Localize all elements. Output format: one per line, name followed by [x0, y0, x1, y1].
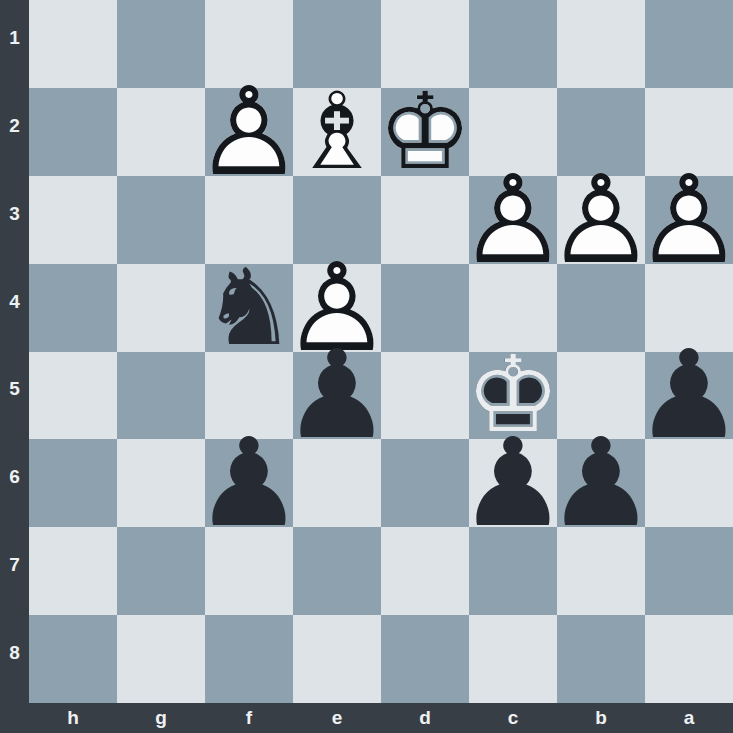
- square-f2[interactable]: ♟♙: [205, 88, 293, 176]
- piece-glyph-layer: ♙: [645, 176, 733, 264]
- square-a6[interactable]: [645, 439, 733, 527]
- file-label-e: e: [293, 703, 381, 733]
- square-f6[interactable]: ♟: [205, 439, 293, 527]
- square-d6[interactable]: [381, 439, 469, 527]
- file-label-g: g: [117, 703, 205, 733]
- rank-label-8: 8: [0, 609, 29, 697]
- square-h6[interactable]: [29, 439, 117, 527]
- piece-glyph-layer: ♙: [205, 88, 293, 176]
- piece-white-king[interactable]: ♚♔: [381, 88, 469, 176]
- piece-glyph-layer: ♟: [205, 439, 293, 527]
- chess-board: 12♟♙♝♗♚♔3♟♙♟♙♟♙4♞♟♙5♟♚♔♟6♟♟♟78hgfedcba: [0, 0, 733, 733]
- square-h3[interactable]: [29, 176, 117, 264]
- square-a2[interactable]: [645, 88, 733, 176]
- piece-white-pawn[interactable]: ♟♙: [557, 176, 645, 264]
- square-e8[interactable]: [293, 615, 381, 703]
- square-g5[interactable]: [117, 352, 205, 440]
- piece-white-pawn[interactable]: ♟♙: [645, 176, 733, 264]
- rank-label-3: 3: [0, 170, 29, 258]
- piece-black-king[interactable]: ♚♔: [469, 352, 557, 440]
- square-f1[interactable]: [205, 0, 293, 88]
- piece-glyph-layer: ♝: [293, 88, 381, 176]
- piece-black-pawn[interactable]: ♟: [205, 439, 293, 527]
- square-e2[interactable]: ♝♗: [293, 88, 381, 176]
- piece-glyph-layer: ♟: [469, 176, 557, 264]
- square-h7[interactable]: [29, 527, 117, 615]
- piece-glyph-layer: ♔: [469, 352, 557, 440]
- square-d7[interactable]: [381, 527, 469, 615]
- square-e7[interactable]: [293, 527, 381, 615]
- square-e5[interactable]: ♟: [293, 352, 381, 440]
- square-e6[interactable]: [293, 439, 381, 527]
- piece-glyph-layer: ♚: [469, 352, 557, 440]
- square-c3[interactable]: ♟♙: [469, 176, 557, 264]
- square-b6[interactable]: ♟: [557, 439, 645, 527]
- square-c7[interactable]: [469, 527, 557, 615]
- square-d5[interactable]: [381, 352, 469, 440]
- piece-white-pawn[interactable]: ♟♙: [293, 264, 381, 352]
- square-d3[interactable]: [381, 176, 469, 264]
- piece-glyph-layer: ♟: [293, 264, 381, 352]
- square-b8[interactable]: [557, 615, 645, 703]
- square-g4[interactable]: [117, 264, 205, 352]
- square-d2[interactable]: ♚♔: [381, 88, 469, 176]
- square-d1[interactable]: [381, 0, 469, 88]
- square-c4[interactable]: [469, 264, 557, 352]
- file-label-d: d: [381, 703, 469, 733]
- square-d4[interactable]: [381, 264, 469, 352]
- piece-white-pawn[interactable]: ♟♙: [205, 88, 293, 176]
- square-c6[interactable]: ♟: [469, 439, 557, 527]
- square-g8[interactable]: [117, 615, 205, 703]
- piece-glyph-layer: ♟: [557, 439, 645, 527]
- piece-glyph-layer: ♙: [293, 264, 381, 352]
- piece-glyph-layer: ♟: [645, 352, 733, 440]
- square-g2[interactable]: [117, 88, 205, 176]
- piece-black-pawn[interactable]: ♟: [645, 352, 733, 440]
- square-h8[interactable]: [29, 615, 117, 703]
- piece-glyph-layer: ♙: [557, 176, 645, 264]
- square-b1[interactable]: [557, 0, 645, 88]
- piece-white-pawn[interactable]: ♟♙: [469, 176, 557, 264]
- square-a4[interactable]: [645, 264, 733, 352]
- square-b5[interactable]: [557, 352, 645, 440]
- piece-glyph-layer: ♙: [469, 176, 557, 264]
- square-f8[interactable]: [205, 615, 293, 703]
- piece-glyph-layer: ♗: [293, 88, 381, 176]
- square-g7[interactable]: [117, 527, 205, 615]
- file-label-a: a: [645, 703, 733, 733]
- square-h1[interactable]: [29, 0, 117, 88]
- square-a8[interactable]: [645, 615, 733, 703]
- rank-label-7: 7: [0, 521, 29, 609]
- file-label-h: h: [29, 703, 117, 733]
- piece-glyph-layer: ♞: [205, 264, 293, 352]
- square-f4[interactable]: ♞: [205, 264, 293, 352]
- square-c8[interactable]: [469, 615, 557, 703]
- piece-glyph-layer: ♟: [469, 439, 557, 527]
- square-g3[interactable]: [117, 176, 205, 264]
- square-b4[interactable]: [557, 264, 645, 352]
- file-label-c: c: [469, 703, 557, 733]
- piece-glyph-layer: ♚: [381, 88, 469, 176]
- piece-glyph-layer: ♔: [381, 88, 469, 176]
- square-h4[interactable]: [29, 264, 117, 352]
- square-g6[interactable]: [117, 439, 205, 527]
- square-e4[interactable]: ♟♙: [293, 264, 381, 352]
- piece-black-pawn[interactable]: ♟: [293, 352, 381, 440]
- square-c5[interactable]: ♚♔: [469, 352, 557, 440]
- file-label-f: f: [205, 703, 293, 733]
- rank-label-1: 1: [0, 0, 29, 82]
- square-b7[interactable]: [557, 527, 645, 615]
- piece-black-pawn[interactable]: ♟: [469, 439, 557, 527]
- square-f7[interactable]: [205, 527, 293, 615]
- square-h2[interactable]: [29, 88, 117, 176]
- piece-glyph-layer: ♟: [293, 352, 381, 440]
- square-a3[interactable]: ♟♙: [645, 176, 733, 264]
- square-a5[interactable]: ♟: [645, 352, 733, 440]
- square-e1[interactable]: [293, 0, 381, 88]
- square-b3[interactable]: ♟♙: [557, 176, 645, 264]
- square-d8[interactable]: [381, 615, 469, 703]
- piece-black-pawn[interactable]: ♟: [557, 439, 645, 527]
- rank-label-4: 4: [0, 258, 29, 346]
- square-c1[interactable]: [469, 0, 557, 88]
- rank-label-2: 2: [0, 82, 29, 170]
- rank-label-6: 6: [0, 433, 29, 521]
- piece-glyph-layer: ♟: [557, 176, 645, 264]
- square-h5[interactable]: [29, 352, 117, 440]
- square-c2[interactable]: [469, 88, 557, 176]
- file-label-b: b: [557, 703, 645, 733]
- square-e3[interactable]: [293, 176, 381, 264]
- piece-white-bishop[interactable]: ♝♗: [293, 88, 381, 176]
- square-g1[interactable]: [117, 0, 205, 88]
- square-f5[interactable]: [205, 352, 293, 440]
- board-corner: [0, 703, 29, 733]
- piece-glyph-layer: ♟: [205, 88, 293, 176]
- piece-black-knight[interactable]: ♞: [205, 264, 293, 352]
- square-f3[interactable]: [205, 176, 293, 264]
- square-a1[interactable]: [645, 0, 733, 88]
- piece-glyph-layer: ♟: [645, 176, 733, 264]
- square-a7[interactable]: [645, 527, 733, 615]
- rank-label-5: 5: [0, 346, 29, 434]
- square-b2[interactable]: [557, 88, 645, 176]
